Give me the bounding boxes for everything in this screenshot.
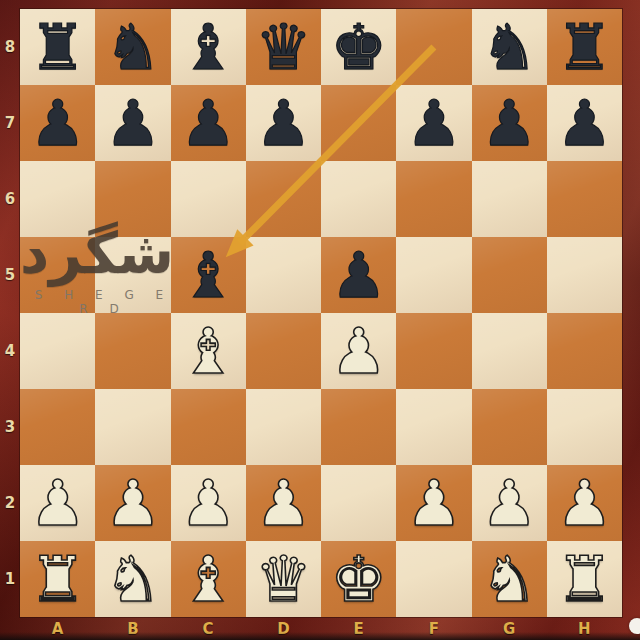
square-h8[interactable]: ♜ — [547, 9, 622, 85]
square-e5[interactable]: ♟ — [321, 237, 396, 313]
black-bishop-c5: ♝ — [180, 244, 236, 307]
watermark-logo: شگرد S H E G E R D — [24, 224, 174, 316]
square-c6[interactable] — [171, 161, 246, 237]
square-c8[interactable]: ♝ — [171, 9, 246, 85]
watermark-latin-text: S H E G E R D — [24, 288, 174, 316]
square-g2[interactable]: ♟ — [472, 465, 547, 541]
square-d2[interactable]: ♟ — [246, 465, 321, 541]
square-c4[interactable]: ♝ — [171, 313, 246, 389]
square-a7[interactable]: ♟ — [20, 85, 95, 161]
square-b1[interactable]: ♞ — [95, 541, 170, 617]
rank-label-1: 1 — [0, 570, 20, 588]
square-d3[interactable] — [246, 389, 321, 465]
square-e1[interactable]: ♚ — [321, 541, 396, 617]
black-pawn-f7: ♟ — [406, 92, 462, 155]
square-c1[interactable]: ♝ — [171, 541, 246, 617]
square-f6[interactable] — [396, 161, 471, 237]
white-pawn-f2: ♟ — [406, 472, 462, 535]
square-h3[interactable] — [547, 389, 622, 465]
black-pawn-e5: ♟ — [330, 244, 386, 307]
square-a3[interactable] — [20, 389, 95, 465]
black-knight-b8: ♞ — [105, 16, 161, 79]
square-b3[interactable] — [95, 389, 170, 465]
black-pawn-d7: ♟ — [255, 92, 311, 155]
square-f1[interactable] — [396, 541, 471, 617]
square-d1[interactable]: ♛ — [246, 541, 321, 617]
square-c5[interactable]: ♝ — [171, 237, 246, 313]
white-king-e1: ♚ — [330, 548, 386, 611]
white-knight-g1: ♞ — [481, 548, 537, 611]
square-f5[interactable] — [396, 237, 471, 313]
watermark-persian-text: شگرد — [24, 224, 174, 284]
square-d4[interactable] — [246, 313, 321, 389]
square-f7[interactable]: ♟ — [396, 85, 471, 161]
square-b2[interactable]: ♟ — [95, 465, 170, 541]
white-pawn-g2: ♟ — [481, 472, 537, 535]
square-g6[interactable] — [472, 161, 547, 237]
square-a4[interactable] — [20, 313, 95, 389]
square-d6[interactable] — [246, 161, 321, 237]
square-a1[interactable]: ♜ — [20, 541, 95, 617]
black-rook-a8: ♜ — [29, 16, 85, 79]
white-pawn-c2: ♟ — [180, 472, 236, 535]
white-knight-b1: ♞ — [105, 548, 161, 611]
white-pawn-a2: ♟ — [29, 472, 85, 535]
square-h4[interactable] — [547, 313, 622, 389]
square-a8[interactable]: ♜ — [20, 9, 95, 85]
rank-label-8: 8 — [0, 38, 20, 56]
black-rook-h8: ♜ — [556, 16, 612, 79]
square-h7[interactable]: ♟ — [547, 85, 622, 161]
square-e2[interactable] — [321, 465, 396, 541]
white-pawn-h2: ♟ — [556, 472, 612, 535]
square-h5[interactable] — [547, 237, 622, 313]
square-f8[interactable] — [396, 9, 471, 85]
square-g3[interactable] — [472, 389, 547, 465]
black-king-e8: ♚ — [330, 16, 386, 79]
square-b7[interactable]: ♟ — [95, 85, 170, 161]
square-d7[interactable]: ♟ — [246, 85, 321, 161]
square-g5[interactable] — [472, 237, 547, 313]
square-e4[interactable]: ♟ — [321, 313, 396, 389]
black-bishop-c8: ♝ — [180, 16, 236, 79]
square-e7[interactable] — [321, 85, 396, 161]
square-f4[interactable] — [396, 313, 471, 389]
square-b4[interactable] — [95, 313, 170, 389]
square-f3[interactable] — [396, 389, 471, 465]
black-pawn-g7: ♟ — [481, 92, 537, 155]
player-progress-dot[interactable] — [629, 618, 640, 634]
square-g7[interactable]: ♟ — [472, 85, 547, 161]
black-pawn-h7: ♟ — [556, 92, 612, 155]
rank-label-5: 5 — [0, 266, 20, 284]
rank-label-7: 7 — [0, 114, 20, 132]
square-g8[interactable]: ♞ — [472, 9, 547, 85]
square-c3[interactable] — [171, 389, 246, 465]
square-d5[interactable] — [246, 237, 321, 313]
black-pawn-a7: ♟ — [29, 92, 85, 155]
white-queen-d1: ♛ — [255, 548, 311, 611]
black-queen-d8: ♛ — [255, 16, 311, 79]
square-h1[interactable]: ♜ — [547, 541, 622, 617]
square-f2[interactable]: ♟ — [396, 465, 471, 541]
white-bishop-c4: ♝ — [180, 320, 236, 383]
square-d8[interactable]: ♛ — [246, 9, 321, 85]
square-e8[interactable]: ♚ — [321, 9, 396, 85]
square-g1[interactable]: ♞ — [472, 541, 547, 617]
white-bishop-c1: ♝ — [180, 548, 236, 611]
rank-label-6: 6 — [0, 190, 20, 208]
white-pawn-e4: ♟ — [330, 320, 386, 383]
white-pawn-d2: ♟ — [255, 472, 311, 535]
rank-label-4: 4 — [0, 342, 20, 360]
white-rook-a1: ♜ — [29, 548, 85, 611]
square-e6[interactable] — [321, 161, 396, 237]
square-h6[interactable] — [547, 161, 622, 237]
white-rook-h1: ♜ — [556, 548, 612, 611]
square-g4[interactable] — [472, 313, 547, 389]
white-pawn-b2: ♟ — [105, 472, 161, 535]
square-c2[interactable]: ♟ — [171, 465, 246, 541]
square-c7[interactable]: ♟ — [171, 85, 246, 161]
square-h2[interactable]: ♟ — [547, 465, 622, 541]
black-pawn-c7: ♟ — [180, 92, 236, 155]
rank-label-2: 2 — [0, 494, 20, 512]
square-b8[interactable]: ♞ — [95, 9, 170, 85]
square-a2[interactable]: ♟ — [20, 465, 95, 541]
square-e3[interactable] — [321, 389, 396, 465]
rank-label-3: 3 — [0, 418, 20, 436]
black-knight-g8: ♞ — [481, 16, 537, 79]
video-bottom-shade — [0, 632, 640, 640]
black-pawn-b7: ♟ — [105, 92, 161, 155]
